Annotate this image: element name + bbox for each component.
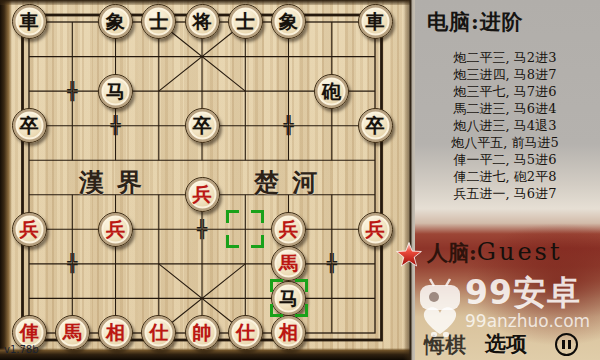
piece-red[interactable]: 兵 [358,212,393,247]
point-marker: ╬ [67,255,77,272]
move-list: 炮二平三, 马2进3炮三进四, 马8进7炮三平七, 马7进6馬二进三, 马6进4… [419,49,591,202]
human-name: Guest [477,238,563,266]
last-move-to-marker [270,279,308,317]
watermark-site: 99anzhuo.com [465,312,590,330]
piece-red[interactable]: 兵 [98,212,133,247]
xiangqi-board[interactable]: 漢界 楚河 ╬╬╬╬╬╬車象士将士象車马砲卒卒卒兵兵兵兵兵馬马俥馬相仕帥仕相 v… [0,0,415,360]
app-window: 漢界 楚河 ╬╬╬╬╬╬車象士将士象車马砲卒卒卒兵兵兵兵兵馬马俥馬相仕帥仕相 v… [0,0,600,360]
move-row: 馬二进三, 马6进4 [419,100,591,117]
piece-black[interactable]: 卒 [358,108,393,143]
piece-black[interactable]: 士 [228,4,263,39]
move-row: 俥一平二, 马5进6 [419,151,591,168]
move-row: 炮八平五, 前马进5 [419,134,591,151]
sidebar: 电脑:进阶 炮二平三, 马2进3炮三进四, 马8进7炮三平七, 马7进6馬二进三… [415,0,600,360]
move-row: 炮三平七, 马7进6 [419,83,591,100]
piece-red[interactable]: 相 [271,315,306,350]
piece-red[interactable]: 帥 [185,315,220,350]
piece-black[interactable]: 马 [98,74,133,109]
move-row: 俥二进七, 砲2平8 [419,168,591,185]
piece-black[interactable]: 車 [358,4,393,39]
human-player-row: 人脑:Guest [427,238,563,267]
piece-grid: ╬╬╬╬╬╬車象士将士象車马砲卒卒卒兵兵兵兵兵馬马俥馬相仕帥仕相 [7,5,396,350]
move-row: 炮三进四, 马8进7 [419,66,591,83]
point-marker: ╬ [283,117,293,134]
move-row: 兵五进一, 马6进7 [419,185,591,202]
point-marker: ╬ [110,117,120,134]
piece-black[interactable]: 士 [141,4,176,39]
piece-black[interactable]: 象 [271,4,306,39]
piece-black[interactable]: 卒 [185,108,220,143]
point-marker: ╬ [327,255,337,272]
piece-red[interactable]: 兵 [12,212,47,247]
point-marker: ╬ [197,221,207,238]
piece-black[interactable]: 車 [12,4,47,39]
piece-red[interactable]: 馬 [55,315,90,350]
piece-red[interactable]: 仕 [141,315,176,350]
human-star-icon [395,241,423,269]
piece-black[interactable]: 砲 [314,74,349,109]
version-label: v1.78b [4,344,39,355]
piece-black[interactable]: 将 [185,4,220,39]
piece-black[interactable]: 象 [98,4,133,39]
piece-red[interactable]: 相 [98,315,133,350]
piece-red[interactable]: 馬 [271,246,306,281]
android-robot-icon [417,276,463,338]
move-row: 炮八进三, 马4退3 [419,117,591,134]
point-marker: ╬ [67,83,77,100]
watermark-brand: 99安卓 [465,276,590,310]
piece-red[interactable]: 仕 [228,315,263,350]
last-move-from-marker [226,210,264,248]
computer-level-label: 电脑:进阶 [427,8,524,36]
watermark: 99安卓 99anzhuo.com [417,276,590,338]
piece-red[interactable]: 兵 [271,212,306,247]
piece-black[interactable]: 卒 [12,108,47,143]
human-label: 人脑: [427,240,477,265]
move-row: 炮二平三, 马2进3 [419,49,591,66]
piece-red[interactable]: 兵 [185,177,220,212]
